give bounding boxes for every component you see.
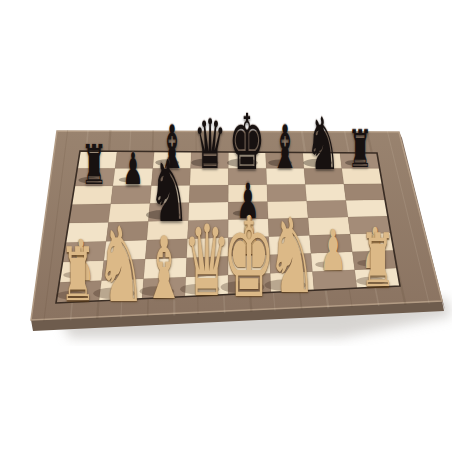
piece-black-pawn-b7[interactable]: ♟ <box>122 147 143 191</box>
piece-black-rook-h8[interactable]: ♜ <box>348 123 373 175</box>
square-h6[interactable] <box>344 184 385 201</box>
piece-white-pawn-g2[interactable]: ♟ <box>320 221 347 278</box>
piece-black-king-e8[interactable]: ♚ <box>229 104 266 181</box>
chessboard-product-photo: ♝♛♚♝♞♜♜♟♞♟♟♟♟♟♜♞♝♛♚♞♜ <box>0 0 452 452</box>
piece-black-rook-a7[interactable]: ♜ <box>81 138 107 193</box>
piece-white-knight-b1[interactable]: ♞ <box>96 213 146 317</box>
piece-white-rook-h1[interactable]: ♜ <box>360 224 395 298</box>
piece-black-queen-d8[interactable]: ♛ <box>193 110 226 178</box>
piece-black-bishop-f8[interactable]: ♝ <box>271 117 300 177</box>
piece-black-knight-g8[interactable]: ♞ <box>305 107 340 179</box>
piece-white-knight-f1[interactable]: ♞ <box>267 205 317 309</box>
piece-white-bishop-c1[interactable]: ♝ <box>143 225 184 311</box>
piece-white-rook-a1[interactable]: ♜ <box>60 238 95 312</box>
